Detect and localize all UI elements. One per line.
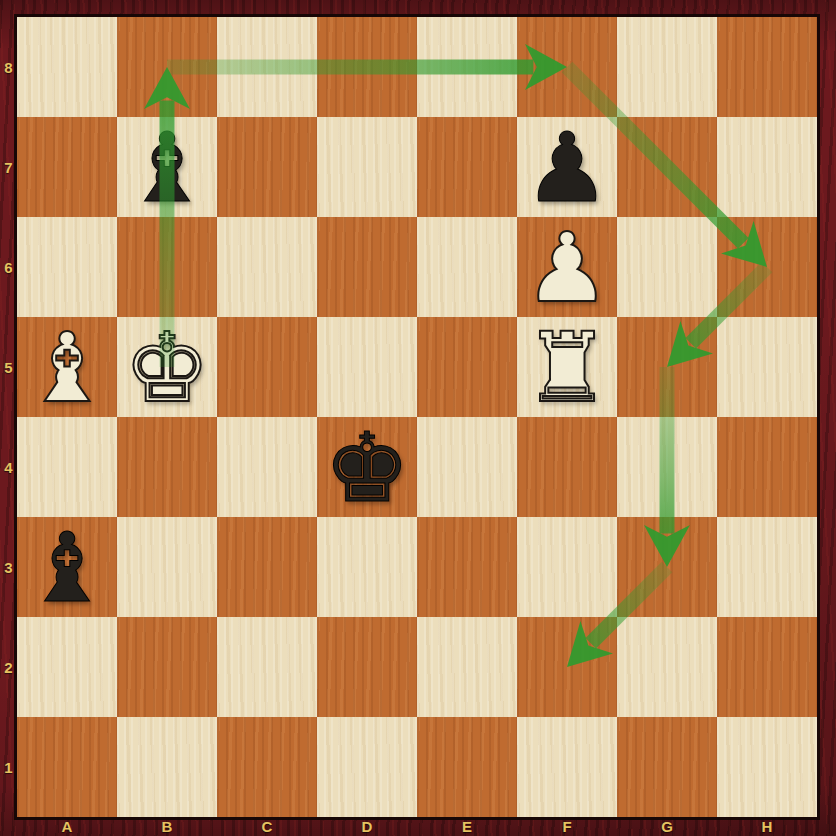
square-a1[interactable]: [17, 717, 117, 817]
rank-label-6: 6: [0, 217, 17, 317]
square-d4[interactable]: [317, 417, 417, 517]
square-b6[interactable]: [117, 217, 217, 317]
square-d7[interactable]: [317, 117, 417, 217]
square-f8[interactable]: [517, 17, 617, 117]
square-c5[interactable]: [217, 317, 317, 417]
square-c8[interactable]: [217, 17, 317, 117]
rank-label-1: 1: [0, 717, 17, 817]
square-g7[interactable]: [617, 117, 717, 217]
square-a8[interactable]: [17, 17, 117, 117]
square-c3[interactable]: [217, 517, 317, 617]
rank-label-7: 7: [0, 117, 17, 217]
square-h6[interactable]: [717, 217, 817, 317]
square-b4[interactable]: [117, 417, 217, 517]
square-g3[interactable]: [617, 517, 717, 617]
square-e3[interactable]: [417, 517, 517, 617]
rank-label-5: 5: [0, 317, 17, 417]
square-d5[interactable]: [317, 317, 417, 417]
rank-label-4: 4: [0, 417, 17, 517]
square-e6[interactable]: [417, 217, 517, 317]
square-f3[interactable]: [517, 517, 617, 617]
file-label-d: D: [317, 817, 417, 836]
square-h3[interactable]: [717, 517, 817, 617]
square-g5[interactable]: [617, 317, 717, 417]
rank-label-3: 3: [0, 517, 17, 617]
square-b8[interactable]: [117, 17, 217, 117]
file-label-e: E: [417, 817, 517, 836]
square-d6[interactable]: [317, 217, 417, 317]
file-label-g: G: [617, 817, 717, 836]
square-h5[interactable]: [717, 317, 817, 417]
square-h4[interactable]: [717, 417, 817, 517]
square-h1[interactable]: [717, 717, 817, 817]
square-f2[interactable]: [517, 617, 617, 717]
square-b7[interactable]: [117, 117, 217, 217]
square-b5[interactable]: [117, 317, 217, 417]
square-e8[interactable]: [417, 17, 517, 117]
square-g6[interactable]: [617, 217, 717, 317]
square-e5[interactable]: [417, 317, 517, 417]
square-b2[interactable]: [117, 617, 217, 717]
square-h2[interactable]: [717, 617, 817, 717]
square-f4[interactable]: [517, 417, 617, 517]
square-d8[interactable]: [317, 17, 417, 117]
square-d3[interactable]: [317, 517, 417, 617]
square-h8[interactable]: [717, 17, 817, 117]
square-f7[interactable]: [517, 117, 617, 217]
square-g8[interactable]: [617, 17, 717, 117]
square-b3[interactable]: [117, 517, 217, 617]
square-c6[interactable]: [217, 217, 317, 317]
square-e1[interactable]: [417, 717, 517, 817]
square-a2[interactable]: [17, 617, 117, 717]
square-h7[interactable]: [717, 117, 817, 217]
square-g1[interactable]: [617, 717, 717, 817]
square-a7[interactable]: [17, 117, 117, 217]
square-c4[interactable]: [217, 417, 317, 517]
square-f5[interactable]: [517, 317, 617, 417]
square-c1[interactable]: [217, 717, 317, 817]
square-g4[interactable]: [617, 417, 717, 517]
square-c2[interactable]: [217, 617, 317, 717]
file-label-f: F: [517, 817, 617, 836]
rank-label-2: 2: [0, 617, 17, 717]
square-a5[interactable]: [17, 317, 117, 417]
file-label-h: H: [717, 817, 817, 836]
chess-board: [17, 17, 817, 817]
square-e4[interactable]: [417, 417, 517, 517]
square-e7[interactable]: [417, 117, 517, 217]
square-a4[interactable]: [17, 417, 117, 517]
square-f6[interactable]: [517, 217, 617, 317]
square-d2[interactable]: [317, 617, 417, 717]
square-a3[interactable]: [17, 517, 117, 617]
square-a6[interactable]: [17, 217, 117, 317]
chess-board-frame: ♝♟♟♝♚♜♚♝ 87654321ABCDEFGH: [0, 0, 836, 836]
file-label-b: B: [117, 817, 217, 836]
square-g2[interactable]: [617, 617, 717, 717]
square-b1[interactable]: [117, 717, 217, 817]
file-label-c: C: [217, 817, 317, 836]
square-d1[interactable]: [317, 717, 417, 817]
file-label-a: A: [17, 817, 117, 836]
square-f1[interactable]: [517, 717, 617, 817]
square-e2[interactable]: [417, 617, 517, 717]
square-c7[interactable]: [217, 117, 317, 217]
rank-label-8: 8: [0, 17, 17, 117]
